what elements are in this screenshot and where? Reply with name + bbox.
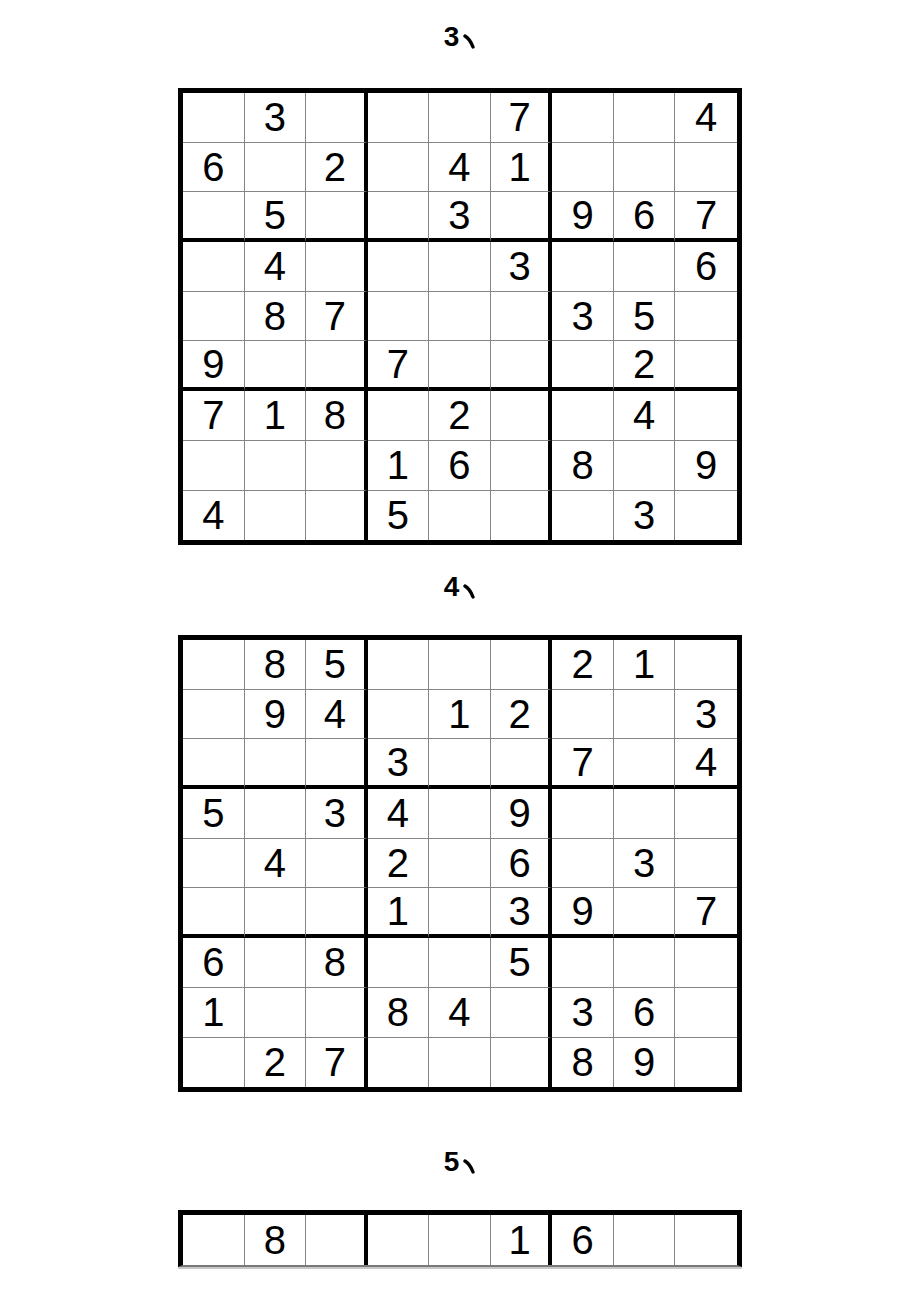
cell-r6c8: 2 (614, 341, 676, 391)
sudoku-worksheet-page: 3 3746241539674368735972718241689453 4 8… (0, 0, 920, 1302)
cell-r9c3: 7 (306, 1038, 368, 1088)
cell-r3c8: 6 (614, 192, 676, 242)
cell-r2c9: 3 (675, 690, 737, 740)
cell-r3c3 (306, 739, 368, 789)
cell-r7c5: 2 (429, 391, 491, 441)
cell-r6c6 (491, 341, 553, 391)
cell-r4c6: 3 (491, 242, 553, 292)
cell-r2c4 (368, 143, 430, 193)
cell-r6c6: 3 (491, 888, 553, 938)
cell-r4c1: 5 (183, 789, 245, 839)
puzzle-5-label-number: 5 (444, 1148, 461, 1176)
cell-r5c2: 8 (245, 292, 307, 342)
cell-r1c6: 1 (491, 1215, 553, 1265)
cell-r8c6 (491, 441, 553, 491)
cell-r3c1 (183, 739, 245, 789)
cell-r1c1 (183, 1215, 245, 1265)
cell-r3c3 (306, 192, 368, 242)
cell-r7c1: 6 (183, 938, 245, 988)
cell-r2c8 (614, 690, 676, 740)
cell-r2c7 (552, 690, 614, 740)
cell-r7c8 (614, 938, 676, 988)
cell-r8c3 (306, 441, 368, 491)
cell-r5c8: 3 (614, 839, 676, 889)
cell-r8c4: 1 (368, 441, 430, 491)
cell-r4c2 (245, 789, 307, 839)
cell-r5c5 (429, 292, 491, 342)
cell-r9c7 (552, 491, 614, 541)
cell-r5c3 (306, 839, 368, 889)
cell-r5c5 (429, 839, 491, 889)
cell-r7c4 (368, 391, 430, 441)
cell-r1c2: 3 (245, 93, 307, 143)
cell-r5c9 (675, 292, 737, 342)
ideographic-comma-icon (462, 32, 476, 49)
cell-r5c1 (183, 292, 245, 342)
cell-r1c4 (368, 93, 430, 143)
cell-r6c3 (306, 888, 368, 938)
cell-r9c1: 4 (183, 491, 245, 541)
puzzle-4-label: 4 (0, 573, 920, 601)
cell-r8c3 (306, 988, 368, 1038)
cell-r9c2 (245, 491, 307, 541)
cell-r4c4: 4 (368, 789, 430, 839)
cell-r3c5 (429, 739, 491, 789)
cell-r4c3 (306, 242, 368, 292)
cell-r7c9 (675, 391, 737, 441)
cell-r4c7 (552, 242, 614, 292)
cell-r8c6 (491, 988, 553, 1038)
cell-r4c7 (552, 789, 614, 839)
cell-r6c1 (183, 888, 245, 938)
cell-r9c5 (429, 1038, 491, 1088)
cell-r3c7: 7 (552, 739, 614, 789)
cell-r4c5 (429, 242, 491, 292)
cell-r1c4 (368, 640, 430, 690)
cell-r1c4 (368, 1215, 430, 1265)
cell-r1c7: 2 (552, 640, 614, 690)
cell-r9c5 (429, 491, 491, 541)
cell-r1c8 (614, 93, 676, 143)
cell-r8c9: 9 (675, 441, 737, 491)
cell-r1c1 (183, 93, 245, 143)
cell-r8c2 (245, 441, 307, 491)
cell-r3c5: 3 (429, 192, 491, 242)
cell-r7c5 (429, 938, 491, 988)
cell-r1c9: 4 (675, 93, 737, 143)
cell-r7c4 (368, 938, 430, 988)
cell-r5c8: 5 (614, 292, 676, 342)
cell-r4c5 (429, 789, 491, 839)
cell-r8c8 (614, 441, 676, 491)
cell-r6c3 (306, 341, 368, 391)
puzzle-3-grid: 3746241539674368735972718241689453 (178, 88, 742, 545)
ideographic-comma-icon (462, 582, 476, 599)
cell-r3c6 (491, 739, 553, 789)
cell-r7c2: 1 (245, 391, 307, 441)
cell-r4c6: 9 (491, 789, 553, 839)
puzzle-5-grid: 816 (178, 1210, 742, 1267)
cell-r6c4: 7 (368, 341, 430, 391)
cell-r3c9: 4 (675, 739, 737, 789)
cell-r1c7 (552, 93, 614, 143)
cell-r8c8: 6 (614, 988, 676, 1038)
cell-r2c7 (552, 143, 614, 193)
puzzle-4-label-number: 4 (444, 573, 461, 601)
cell-r6c7: 9 (552, 888, 614, 938)
cell-r2c6: 2 (491, 690, 553, 740)
cell-r7c6 (491, 391, 553, 441)
cell-r9c9 (675, 1038, 737, 1088)
cell-r6c8 (614, 888, 676, 938)
cell-r4c3: 3 (306, 789, 368, 839)
cell-r7c8: 4 (614, 391, 676, 441)
cell-r8c5: 4 (429, 988, 491, 1038)
cell-r7c1: 7 (183, 391, 245, 441)
cell-r4c8 (614, 789, 676, 839)
cell-r3c7: 9 (552, 192, 614, 242)
cell-r1c8 (614, 1215, 676, 1265)
cell-r2c3: 2 (306, 143, 368, 193)
puzzle-5-label: 5 (0, 1148, 920, 1176)
cell-r3c9: 7 (675, 192, 737, 242)
cell-r4c1 (183, 242, 245, 292)
cell-r1c9 (675, 640, 737, 690)
cell-r7c7 (552, 938, 614, 988)
cell-r1c9 (675, 1215, 737, 1265)
cell-r7c6: 5 (491, 938, 553, 988)
cell-r3c4 (368, 192, 430, 242)
cell-r3c2 (245, 739, 307, 789)
cell-r1c1 (183, 640, 245, 690)
puzzle-3-label-number: 3 (444, 23, 461, 51)
cell-r8c5: 6 (429, 441, 491, 491)
cell-r2c6: 1 (491, 143, 553, 193)
cell-r8c9 (675, 988, 737, 1038)
cell-r6c9: 7 (675, 888, 737, 938)
cell-r9c3 (306, 491, 368, 541)
cell-r9c7: 8 (552, 1038, 614, 1088)
cell-r1c3 (306, 93, 368, 143)
cell-r6c2 (245, 341, 307, 391)
cell-r5c2: 4 (245, 839, 307, 889)
cell-r9c6 (491, 1038, 553, 1088)
cell-r2c9 (675, 143, 737, 193)
cell-r8c7: 3 (552, 988, 614, 1038)
cell-r1c2: 8 (245, 640, 307, 690)
cell-r2c2: 9 (245, 690, 307, 740)
cell-r7c3: 8 (306, 391, 368, 441)
cell-r6c9 (675, 341, 737, 391)
cell-r8c2 (245, 988, 307, 1038)
cell-r9c4: 5 (368, 491, 430, 541)
cell-r9c2: 2 (245, 1038, 307, 1088)
cell-r9c4 (368, 1038, 430, 1088)
cell-r4c4 (368, 242, 430, 292)
cell-r7c7 (552, 391, 614, 441)
cell-r9c8: 3 (614, 491, 676, 541)
cell-r2c1: 6 (183, 143, 245, 193)
cell-r3c4: 3 (368, 739, 430, 789)
cell-r9c9 (675, 491, 737, 541)
puzzle-4-grid: 852194123374534942631397685184362789 (178, 635, 742, 1092)
cell-r1c8: 1 (614, 640, 676, 690)
cell-r8c1 (183, 441, 245, 491)
ideographic-comma-icon (462, 1157, 476, 1174)
cell-r7c9 (675, 938, 737, 988)
cell-r5c4 (368, 292, 430, 342)
cell-r5c6 (491, 292, 553, 342)
cell-r1c6 (491, 640, 553, 690)
cell-r5c7 (552, 839, 614, 889)
cell-r1c3 (306, 1215, 368, 1265)
cell-r2c2 (245, 143, 307, 193)
cell-r6c1: 9 (183, 341, 245, 391)
cell-r5c4: 2 (368, 839, 430, 889)
cell-r5c1 (183, 839, 245, 889)
cell-r5c3: 7 (306, 292, 368, 342)
cell-r1c6: 7 (491, 93, 553, 143)
cell-r2c8 (614, 143, 676, 193)
cell-r7c3: 8 (306, 938, 368, 988)
cell-r2c3: 4 (306, 690, 368, 740)
cell-r5c7: 3 (552, 292, 614, 342)
cell-r9c8: 9 (614, 1038, 676, 1088)
cell-r2c1 (183, 690, 245, 740)
cell-r6c7 (552, 341, 614, 391)
cell-r8c1: 1 (183, 988, 245, 1038)
cell-r8c7: 8 (552, 441, 614, 491)
cell-r1c5 (429, 1215, 491, 1265)
cell-r6c5 (429, 341, 491, 391)
cell-r2c5: 1 (429, 690, 491, 740)
cell-r4c8 (614, 242, 676, 292)
cell-r4c9 (675, 789, 737, 839)
cell-r3c6 (491, 192, 553, 242)
puzzle-3-label: 3 (0, 23, 920, 51)
cell-r1c5 (429, 640, 491, 690)
cell-r3c1 (183, 192, 245, 242)
cell-r2c5: 4 (429, 143, 491, 193)
cell-r5c6: 6 (491, 839, 553, 889)
cell-r6c4: 1 (368, 888, 430, 938)
cell-r9c1 (183, 1038, 245, 1088)
cell-r6c2 (245, 888, 307, 938)
cell-r1c7: 6 (552, 1215, 614, 1265)
cell-r4c2: 4 (245, 242, 307, 292)
cell-r8c4: 8 (368, 988, 430, 1038)
cell-r1c2: 8 (245, 1215, 307, 1265)
cell-r4c9: 6 (675, 242, 737, 292)
cell-r3c2: 5 (245, 192, 307, 242)
cell-r9c6 (491, 491, 553, 541)
cell-r3c8 (614, 739, 676, 789)
cell-r1c3: 5 (306, 640, 368, 690)
cell-r7c2 (245, 938, 307, 988)
cell-r1c5 (429, 93, 491, 143)
cell-r2c4 (368, 690, 430, 740)
cell-r6c5 (429, 888, 491, 938)
cell-r5c9 (675, 839, 737, 889)
